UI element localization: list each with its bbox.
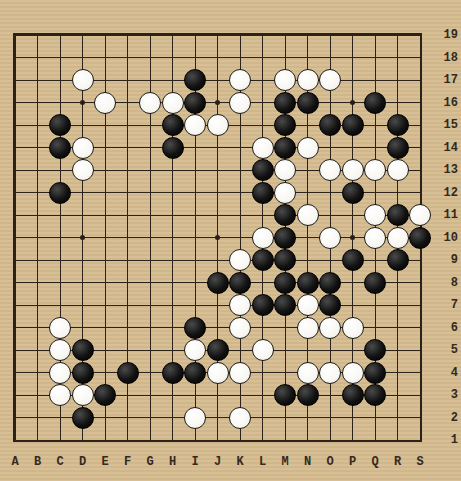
- stone-white: [342, 317, 364, 339]
- stone-black: [49, 137, 71, 159]
- star-point: [215, 235, 220, 240]
- stone-white: [72, 137, 94, 159]
- stone-black: [274, 92, 296, 114]
- stone-black: [252, 294, 274, 316]
- stone-white: [297, 362, 319, 384]
- row-label: 6: [430, 321, 458, 335]
- stone-white: [342, 159, 364, 181]
- stone-white: [229, 407, 251, 429]
- stone-black: [49, 182, 71, 204]
- stone-white: [229, 294, 251, 316]
- stone-black: [274, 294, 296, 316]
- row-label: 18: [430, 51, 458, 65]
- stone-white: [387, 159, 409, 181]
- stone-black: [207, 339, 229, 361]
- stone-black: [364, 362, 386, 384]
- stone-black: [274, 227, 296, 249]
- stone-black: [94, 384, 116, 406]
- stone-white: [342, 362, 364, 384]
- star-point: [350, 235, 355, 240]
- stone-black: [184, 92, 206, 114]
- star-point: [80, 100, 85, 105]
- stone-white: [364, 227, 386, 249]
- stone-black: [342, 249, 364, 271]
- column-label: M: [277, 455, 293, 469]
- star-point: [350, 100, 355, 105]
- stone-black: [274, 137, 296, 159]
- stone-white: [252, 137, 274, 159]
- row-label: 17: [430, 73, 458, 87]
- column-label: F: [120, 455, 136, 469]
- column-label: Q: [367, 455, 383, 469]
- stone-white: [297, 137, 319, 159]
- row-label: 3: [430, 388, 458, 402]
- stone-white: [252, 227, 274, 249]
- stone-white: [274, 159, 296, 181]
- column-label: D: [75, 455, 91, 469]
- stone-black: [162, 114, 184, 136]
- stone-white: [387, 227, 409, 249]
- row-label: 4: [430, 366, 458, 380]
- stone-white: [229, 249, 251, 271]
- stone-black: [364, 92, 386, 114]
- stone-white: [72, 69, 94, 91]
- row-label: 19: [430, 28, 458, 42]
- row-label: 12: [430, 186, 458, 200]
- stone-black: [319, 114, 341, 136]
- column-label: N: [300, 455, 316, 469]
- stone-white: [252, 339, 274, 361]
- stone-black: [364, 384, 386, 406]
- column-label: E: [97, 455, 113, 469]
- stone-black: [184, 362, 206, 384]
- column-label: B: [30, 455, 46, 469]
- column-label: A: [7, 455, 23, 469]
- stone-black: [319, 272, 341, 294]
- star-point: [80, 235, 85, 240]
- star-point: [215, 100, 220, 105]
- stone-black: [184, 69, 206, 91]
- stone-white: [364, 204, 386, 226]
- column-label: I: [187, 455, 203, 469]
- column-label: K: [232, 455, 248, 469]
- stone-white: [319, 362, 341, 384]
- stone-white: [139, 92, 161, 114]
- stone-white: [319, 227, 341, 249]
- stone-black: [409, 227, 431, 249]
- stone-white: [207, 362, 229, 384]
- stone-white: [319, 317, 341, 339]
- stone-black: [229, 272, 251, 294]
- stone-white: [229, 69, 251, 91]
- stone-white: [94, 92, 116, 114]
- stone-black: [297, 92, 319, 114]
- row-label: 11: [430, 208, 458, 222]
- stone-white: [49, 362, 71, 384]
- row-label: 10: [430, 231, 458, 245]
- stone-black: [387, 114, 409, 136]
- row-label: 2: [430, 411, 458, 425]
- stone-white: [274, 69, 296, 91]
- stone-black: [184, 317, 206, 339]
- column-label: H: [165, 455, 181, 469]
- row-label: 5: [430, 343, 458, 357]
- stone-black: [342, 114, 364, 136]
- stone-white: [319, 69, 341, 91]
- row-label: 13: [430, 163, 458, 177]
- stone-black: [72, 362, 94, 384]
- stone-white: [297, 204, 319, 226]
- stone-black: [387, 204, 409, 226]
- stone-black: [364, 339, 386, 361]
- stone-black: [387, 249, 409, 271]
- stone-white: [297, 69, 319, 91]
- stone-black: [207, 272, 229, 294]
- stone-white: [297, 294, 319, 316]
- column-label: C: [52, 455, 68, 469]
- stone-black: [162, 362, 184, 384]
- column-label: O: [322, 455, 338, 469]
- row-label: 8: [430, 276, 458, 290]
- stone-white: [72, 384, 94, 406]
- stone-black: [297, 384, 319, 406]
- stone-black: [252, 249, 274, 271]
- stone-black: [162, 137, 184, 159]
- stone-white: [72, 159, 94, 181]
- stone-white: [364, 159, 386, 181]
- stone-black: [274, 272, 296, 294]
- stone-black: [49, 114, 71, 136]
- stone-black: [319, 294, 341, 316]
- row-label: 16: [430, 96, 458, 110]
- row-label: 15: [430, 118, 458, 132]
- stone-black: [117, 362, 139, 384]
- stone-white: [319, 159, 341, 181]
- row-label: 1: [430, 433, 458, 447]
- column-label: P: [345, 455, 361, 469]
- stone-white: [229, 362, 251, 384]
- stone-white: [49, 317, 71, 339]
- stone-black: [297, 272, 319, 294]
- stone-black: [274, 384, 296, 406]
- stone-black: [252, 159, 274, 181]
- row-label: 14: [430, 141, 458, 155]
- stone-white: [229, 92, 251, 114]
- stone-white: [184, 339, 206, 361]
- stone-white: [184, 114, 206, 136]
- stone-black: [252, 182, 274, 204]
- stone-black: [274, 114, 296, 136]
- stone-black: [364, 272, 386, 294]
- stone-white: [184, 407, 206, 429]
- stone-black: [72, 339, 94, 361]
- stone-black: [274, 204, 296, 226]
- row-label: 7: [430, 298, 458, 312]
- column-label: J: [210, 455, 226, 469]
- go-board-screen: ABCDEFGHIJKLMNOPQRS 19181716151413121110…: [0, 0, 461, 481]
- stone-white: [297, 317, 319, 339]
- stone-black: [274, 249, 296, 271]
- row-label: 9: [430, 253, 458, 267]
- stone-white: [229, 317, 251, 339]
- stone-white: [274, 182, 296, 204]
- stone-black: [342, 182, 364, 204]
- column-label: G: [142, 455, 158, 469]
- stone-white: [207, 114, 229, 136]
- stone-white: [49, 384, 71, 406]
- stone-black: [342, 384, 364, 406]
- stone-white: [409, 204, 431, 226]
- stone-white: [49, 339, 71, 361]
- stone-black: [72, 407, 94, 429]
- stone-white: [162, 92, 184, 114]
- stone-black: [387, 137, 409, 159]
- column-label: S: [412, 455, 428, 469]
- column-label: R: [390, 455, 406, 469]
- column-label: L: [255, 455, 271, 469]
